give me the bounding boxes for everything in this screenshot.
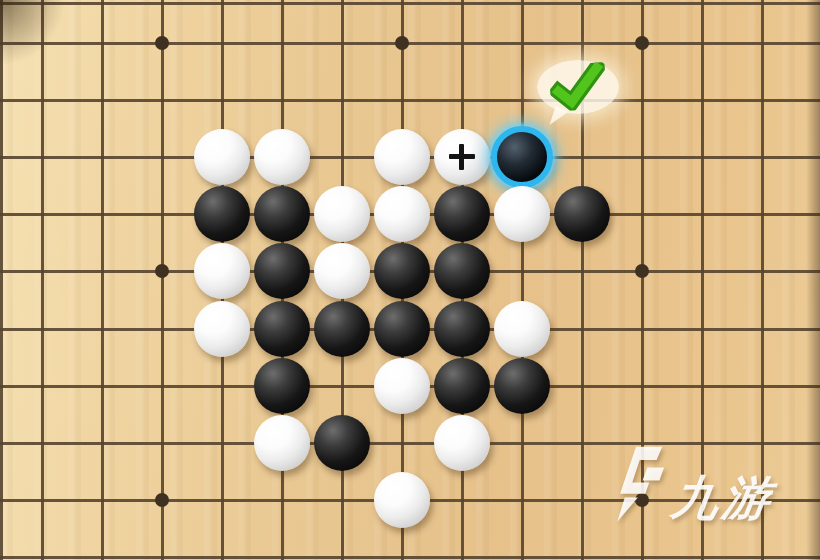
stone-black	[374, 301, 430, 357]
stone-white	[314, 243, 370, 299]
stone-black	[434, 243, 490, 299]
stone-white	[434, 415, 490, 471]
stone-white	[194, 243, 250, 299]
watermark: 九游	[606, 444, 774, 532]
stone-white	[374, 358, 430, 414]
stone-black	[254, 243, 310, 299]
stone-white	[374, 129, 430, 185]
game-screen: 九游	[0, 0, 820, 560]
checkmark-icon	[548, 62, 607, 112]
stone-white	[434, 129, 490, 185]
stone-white	[314, 186, 370, 242]
stone-black	[434, 301, 490, 357]
stone-white	[494, 301, 550, 357]
stone-black	[434, 358, 490, 414]
stone-white	[374, 186, 430, 242]
stone-black	[554, 186, 610, 242]
stone-last-move-black	[491, 126, 553, 188]
stone-black	[314, 301, 370, 357]
stone-black	[194, 186, 250, 242]
stone-black	[254, 301, 310, 357]
stone-white	[374, 472, 430, 528]
watermark-text: 九游	[669, 474, 778, 521]
stone-black	[434, 186, 490, 242]
stone-white	[254, 415, 310, 471]
stone-black	[374, 243, 430, 299]
stone-black	[254, 358, 310, 414]
stone-white	[254, 129, 310, 185]
jiuyou-logo-icon	[606, 444, 666, 532]
stone-black	[494, 358, 550, 414]
stone-white	[494, 186, 550, 242]
plus-marker	[459, 144, 464, 170]
stone-black	[314, 415, 370, 471]
stone-white	[194, 129, 250, 185]
stone-black	[254, 186, 310, 242]
stone-white	[194, 301, 250, 357]
correct-move-bubble	[537, 60, 619, 114]
